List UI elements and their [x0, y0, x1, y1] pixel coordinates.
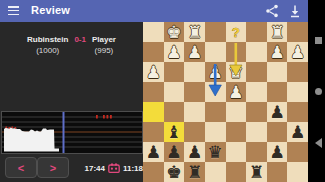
clocks: 17:44 11:18 — [0, 163, 143, 173]
square[interactable] — [226, 162, 247, 182]
square[interactable]: ♚ — [164, 22, 185, 42]
chess-clock-icon — [108, 163, 120, 173]
square[interactable] — [164, 102, 185, 122]
square[interactable]: ♜ — [184, 22, 205, 42]
game-result: 0-1 — [74, 34, 86, 45]
square[interactable]: ♟ — [287, 42, 308, 62]
home-button[interactable] — [315, 88, 322, 95]
square[interactable] — [287, 22, 308, 42]
square[interactable] — [184, 62, 205, 82]
square[interactable] — [184, 82, 205, 102]
square[interactable]: ♟ — [226, 82, 247, 102]
square[interactable] — [205, 102, 226, 122]
download-icon[interactable] — [288, 4, 302, 18]
piece-wP: ♟ — [228, 82, 243, 102]
piece-bR: ♜ — [249, 162, 264, 182]
square[interactable] — [164, 62, 185, 82]
square[interactable] — [184, 122, 205, 142]
square[interactable] — [246, 142, 267, 162]
piece-wP: ♟ — [187, 42, 202, 62]
piece-wP: ♟ — [166, 42, 181, 62]
square[interactable]: ♟ — [143, 62, 164, 82]
square[interactable]: ♟ — [184, 142, 205, 162]
square[interactable] — [246, 82, 267, 102]
player-white-name: Rubinstein — [27, 34, 68, 45]
piece-wP: ♟ — [290, 42, 305, 62]
square[interactable] — [143, 162, 164, 182]
player-white-rating: (1000) — [36, 45, 59, 56]
square[interactable]: ♜ — [184, 162, 205, 182]
square[interactable]: ♛ — [226, 62, 247, 82]
square[interactable]: ♛ — [205, 142, 226, 162]
chess-board: ♚♜♜♟♟♟♟♟♟♛♟♟♝♟♟♟♟♛♟♚♜♜ — [143, 22, 308, 182]
square[interactable]: ♚ — [164, 162, 185, 182]
piece-bP: ♟ — [290, 122, 305, 142]
clock-left: 17:44 — [85, 164, 105, 173]
square[interactable] — [246, 122, 267, 142]
square[interactable] — [143, 102, 164, 122]
square[interactable] — [267, 82, 288, 102]
eval-graph[interactable] — [1, 111, 143, 154]
square[interactable] — [205, 82, 226, 102]
square[interactable]: ♟ — [164, 42, 185, 62]
square[interactable] — [267, 62, 288, 82]
square[interactable] — [205, 122, 226, 142]
piece-bP: ♟ — [187, 142, 202, 162]
square[interactable] — [205, 162, 226, 182]
piece-bP: ♟ — [146, 142, 161, 162]
piece-wP: ♟ — [269, 42, 284, 62]
square[interactable] — [226, 22, 247, 42]
app-title: Review — [31, 4, 70, 16]
recents-button[interactable] — [315, 37, 322, 44]
piece-bB: ♝ — [166, 122, 181, 142]
eval-graph-svg — [2, 112, 142, 153]
square[interactable] — [164, 82, 185, 102]
square[interactable] — [287, 82, 308, 102]
square[interactable]: ♟ — [164, 142, 185, 162]
square[interactable] — [287, 142, 308, 162]
players-header: Rubinstein (1000) 0-1 Player (995) — [0, 34, 143, 56]
square[interactable]: ♟ — [205, 62, 226, 82]
square[interactable] — [226, 102, 247, 122]
square[interactable] — [143, 122, 164, 142]
screen: Review Rubinstein (1000) 0-1 Player (995… — [0, 0, 325, 182]
clock-right: 11:18 — [123, 164, 143, 173]
piece-bP: ♟ — [269, 102, 284, 122]
piece-wP: ♟ — [146, 62, 161, 82]
player-black-name: Player — [92, 34, 116, 45]
square[interactable]: ♟ — [184, 42, 205, 62]
piece-bQ: ♛ — [208, 142, 223, 162]
piece-wR: ♜ — [269, 22, 284, 42]
square[interactable] — [226, 42, 247, 62]
square[interactable] — [246, 102, 267, 122]
square[interactable] — [246, 62, 267, 82]
review-panel: Rubinstein (1000) 0-1 Player (995) < > 1… — [0, 22, 143, 182]
piece-wP: ♟ — [208, 62, 223, 82]
square[interactable] — [267, 162, 288, 182]
square[interactable] — [205, 22, 226, 42]
player-black-rating: (995) — [95, 45, 114, 56]
square[interactable] — [287, 102, 308, 122]
square[interactable]: ♜ — [267, 22, 288, 42]
square[interactable] — [246, 22, 267, 42]
square[interactable]: ♟ — [287, 122, 308, 142]
square[interactable] — [287, 62, 308, 82]
hamburger-menu-icon[interactable] — [8, 6, 20, 16]
square[interactable] — [184, 102, 205, 122]
square[interactable] — [226, 122, 247, 142]
square[interactable] — [143, 82, 164, 102]
square[interactable]: ♟ — [267, 142, 288, 162]
piece-bR: ♜ — [187, 162, 202, 182]
piece-bK: ♚ — [166, 162, 181, 182]
square[interactable] — [287, 162, 308, 182]
piece-bP: ♟ — [269, 142, 284, 162]
piece-wR: ♜ — [187, 22, 202, 42]
square[interactable] — [143, 22, 164, 42]
square[interactable]: ♟ — [143, 142, 164, 162]
back-button[interactable] — [315, 138, 322, 148]
square[interactable] — [143, 42, 164, 62]
square[interactable] — [226, 142, 247, 162]
app-bar: Review — [0, 0, 308, 22]
piece-bP: ♟ — [166, 142, 181, 162]
square[interactable]: ♜ — [246, 162, 267, 182]
square[interactable]: ♟ — [267, 42, 288, 62]
share-icon[interactable] — [265, 4, 279, 18]
square[interactable] — [246, 42, 267, 62]
square[interactable] — [267, 122, 288, 142]
square[interactable]: ♝ — [164, 122, 185, 142]
piece-wQ: ♛ — [228, 62, 243, 82]
square[interactable] — [205, 42, 226, 62]
piece-wK: ♚ — [166, 22, 181, 42]
square[interactable]: ♟ — [267, 102, 288, 122]
